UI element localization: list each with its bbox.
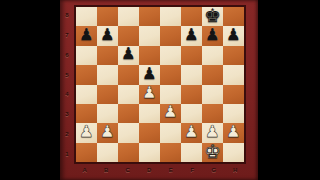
- white-pawn: ♟: [142, 85, 157, 102]
- square-h7[interactable]: ♟: [223, 26, 244, 45]
- white-pawn: ♟: [184, 124, 199, 141]
- square-h8[interactable]: [223, 7, 244, 26]
- square-b3[interactable]: [97, 104, 118, 123]
- square-g8[interactable]: ♚: [202, 7, 223, 26]
- square-e5[interactable]: [160, 65, 181, 84]
- file-label-f: F: [182, 164, 204, 180]
- rank-label-6: 6: [60, 45, 74, 65]
- square-h5[interactable]: [223, 65, 244, 84]
- square-c5[interactable]: [118, 65, 139, 84]
- square-g1[interactable]: ♚: [202, 143, 223, 162]
- file-label-e: E: [160, 164, 182, 180]
- square-f8[interactable]: [181, 7, 202, 26]
- chessboard: ♚♟♟♟♟♟♟♟♟♟♟♟♟♟♟♚: [74, 5, 246, 164]
- square-a8[interactable]: [76, 7, 97, 26]
- square-c1[interactable]: [118, 143, 139, 162]
- letterbox-right: [258, 0, 320, 180]
- square-c3[interactable]: [118, 104, 139, 123]
- video-frame: 87654321 ABCDEFGH ♚♟♟♟♟♟♟♟♟♟♟♟♟♟♟♚: [0, 0, 320, 180]
- black-pawn: ♟: [184, 27, 199, 44]
- square-g4[interactable]: [202, 85, 223, 104]
- square-h6[interactable]: [223, 46, 244, 65]
- square-a7[interactable]: ♟: [76, 26, 97, 45]
- square-d5[interactable]: ♟: [139, 65, 160, 84]
- square-h3[interactable]: [223, 104, 244, 123]
- square-f2[interactable]: ♟: [181, 123, 202, 142]
- square-b5[interactable]: [97, 65, 118, 84]
- black-pawn: ♟: [79, 27, 94, 44]
- rank-label-4: 4: [60, 85, 74, 105]
- white-king: ♚: [204, 143, 221, 161]
- square-e2[interactable]: [160, 123, 181, 142]
- black-pawn: ♟: [205, 27, 220, 44]
- square-a5[interactable]: [76, 65, 97, 84]
- square-f4[interactable]: [181, 85, 202, 104]
- white-pawn: ♟: [79, 124, 94, 141]
- file-label-d: D: [139, 164, 161, 180]
- white-pawn: ♟: [100, 124, 115, 141]
- black-pawn: ♟: [100, 27, 115, 44]
- square-c8[interactable]: [118, 7, 139, 26]
- black-pawn: ♟: [226, 27, 241, 44]
- square-b8[interactable]: [97, 7, 118, 26]
- square-b1[interactable]: [97, 143, 118, 162]
- rank-label-3: 3: [60, 104, 74, 124]
- square-d4[interactable]: ♟: [139, 85, 160, 104]
- square-c4[interactable]: [118, 85, 139, 104]
- rank-label-7: 7: [60, 25, 74, 45]
- file-label-g: G: [203, 164, 225, 180]
- square-b4[interactable]: [97, 85, 118, 104]
- square-f5[interactable]: [181, 65, 202, 84]
- square-b7[interactable]: ♟: [97, 26, 118, 45]
- black-king: ♚: [204, 7, 221, 25]
- square-e3[interactable]: ♟: [160, 104, 181, 123]
- square-d1[interactable]: [139, 143, 160, 162]
- rank-label-2: 2: [60, 124, 74, 144]
- square-f6[interactable]: [181, 46, 202, 65]
- square-d2[interactable]: [139, 123, 160, 142]
- square-a4[interactable]: [76, 85, 97, 104]
- square-c2[interactable]: [118, 123, 139, 142]
- square-e4[interactable]: [160, 85, 181, 104]
- square-h2[interactable]: ♟: [223, 123, 244, 142]
- square-b2[interactable]: ♟: [97, 123, 118, 142]
- square-e1[interactable]: [160, 143, 181, 162]
- letterbox-left: [0, 0, 60, 180]
- square-d3[interactable]: [139, 104, 160, 123]
- square-h4[interactable]: [223, 85, 244, 104]
- square-a3[interactable]: [76, 104, 97, 123]
- square-e6[interactable]: [160, 46, 181, 65]
- square-g7[interactable]: ♟: [202, 26, 223, 45]
- square-e8[interactable]: [160, 7, 181, 26]
- square-f3[interactable]: [181, 104, 202, 123]
- black-pawn: ♟: [142, 66, 157, 83]
- square-g2[interactable]: ♟: [202, 123, 223, 142]
- square-a6[interactable]: [76, 46, 97, 65]
- white-pawn: ♟: [163, 104, 178, 121]
- file-label-a: A: [74, 164, 96, 180]
- square-c6[interactable]: ♟: [118, 46, 139, 65]
- file-label-c: C: [117, 164, 139, 180]
- rank-label-1: 1: [60, 144, 74, 164]
- white-pawn: ♟: [226, 124, 241, 141]
- rank-label-5: 5: [60, 65, 74, 85]
- rank-label-8: 8: [60, 5, 74, 25]
- square-d7[interactable]: [139, 26, 160, 45]
- square-f7[interactable]: ♟: [181, 26, 202, 45]
- chessboard-frame: 87654321 ABCDEFGH ♚♟♟♟♟♟♟♟♟♟♟♟♟♟♟♚: [60, 0, 258, 180]
- square-h1[interactable]: [223, 143, 244, 162]
- square-b6[interactable]: [97, 46, 118, 65]
- square-e7[interactable]: [160, 26, 181, 45]
- file-label-b: B: [96, 164, 118, 180]
- square-c7[interactable]: [118, 26, 139, 45]
- square-d6[interactable]: [139, 46, 160, 65]
- square-g5[interactable]: [202, 65, 223, 84]
- black-pawn: ♟: [121, 46, 136, 63]
- square-a1[interactable]: [76, 143, 97, 162]
- square-f1[interactable]: [181, 143, 202, 162]
- square-g3[interactable]: [202, 104, 223, 123]
- square-a2[interactable]: ♟: [76, 123, 97, 142]
- rank-labels: 87654321: [60, 5, 74, 164]
- white-pawn: ♟: [205, 124, 220, 141]
- square-d8[interactable]: [139, 7, 160, 26]
- square-g6[interactable]: [202, 46, 223, 65]
- file-label-h: H: [225, 164, 247, 180]
- file-labels: ABCDEFGH: [74, 164, 246, 180]
